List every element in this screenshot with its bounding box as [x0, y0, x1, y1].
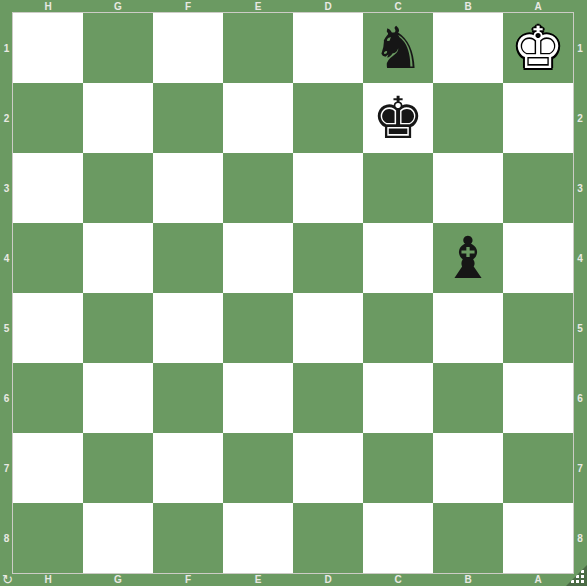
square-g1[interactable] — [83, 13, 153, 83]
square-d4[interactable] — [293, 223, 363, 293]
square-c1[interactable]: ♞ — [363, 13, 433, 83]
file-label-g: G — [83, 573, 153, 586]
rank-label-6: 6 — [573, 363, 587, 433]
file-labels-bottom: HGFEDCBA — [13, 573, 573, 586]
file-label-f: F — [153, 573, 223, 586]
square-a4[interactable] — [503, 223, 573, 293]
file-label-d: D — [293, 0, 363, 13]
file-label-c: C — [363, 0, 433, 13]
rank-label-8: 8 — [573, 503, 587, 573]
square-c4[interactable] — [363, 223, 433, 293]
square-d3[interactable] — [293, 153, 363, 223]
file-label-d: D — [293, 573, 363, 586]
square-f7[interactable] — [153, 433, 223, 503]
square-b7[interactable] — [433, 433, 503, 503]
file-label-f: F — [153, 0, 223, 13]
rank-label-5: 5 — [0, 293, 13, 363]
black-bishop-b4[interactable]: ♝ — [433, 223, 503, 293]
square-a2[interactable] — [503, 83, 573, 153]
square-d6[interactable] — [293, 363, 363, 433]
square-e2[interactable] — [223, 83, 293, 153]
square-f5[interactable] — [153, 293, 223, 363]
square-f2[interactable] — [153, 83, 223, 153]
square-h3[interactable] — [13, 153, 83, 223]
square-a1[interactable]: ♚ — [503, 13, 573, 83]
square-b1[interactable] — [433, 13, 503, 83]
square-c5[interactable] — [363, 293, 433, 363]
square-g7[interactable] — [83, 433, 153, 503]
square-d2[interactable] — [293, 83, 363, 153]
square-g8[interactable] — [83, 503, 153, 573]
square-f3[interactable] — [153, 153, 223, 223]
square-a8[interactable] — [503, 503, 573, 573]
rank-labels-left: 12345678 — [0, 13, 13, 573]
square-d1[interactable] — [293, 13, 363, 83]
rank-label-4: 4 — [573, 223, 587, 293]
square-h6[interactable] — [13, 363, 83, 433]
file-label-h: H — [13, 573, 83, 586]
square-g2[interactable] — [83, 83, 153, 153]
square-h1[interactable] — [13, 13, 83, 83]
square-e6[interactable] — [223, 363, 293, 433]
square-b5[interactable] — [433, 293, 503, 363]
square-e4[interactable] — [223, 223, 293, 293]
file-label-b: B — [433, 0, 503, 13]
chess-board-widget: HGFEDCBA 12345678 ♞♚♚♝ 12345678 HGFEDCBA… — [0, 0, 587, 586]
square-h8[interactable] — [13, 503, 83, 573]
file-label-a: A — [503, 573, 573, 586]
file-label-b: B — [433, 573, 503, 586]
rank-labels-right: 12345678 — [573, 13, 587, 573]
rank-label-1: 1 — [0, 13, 13, 83]
square-g6[interactable] — [83, 363, 153, 433]
square-a7[interactable] — [503, 433, 573, 503]
square-f4[interactable] — [153, 223, 223, 293]
file-labels-top: HGFEDCBA — [13, 0, 573, 13]
rank-label-4: 4 — [0, 223, 13, 293]
square-c2[interactable]: ♚ — [363, 83, 433, 153]
square-h5[interactable] — [13, 293, 83, 363]
square-e5[interactable] — [223, 293, 293, 363]
rank-label-6: 6 — [0, 363, 13, 433]
square-h2[interactable] — [13, 83, 83, 153]
file-label-g: G — [83, 0, 153, 13]
square-a3[interactable] — [503, 153, 573, 223]
square-f1[interactable] — [153, 13, 223, 83]
square-a5[interactable] — [503, 293, 573, 363]
file-label-a: A — [503, 0, 573, 13]
rank-label-3: 3 — [573, 153, 587, 223]
square-b3[interactable] — [433, 153, 503, 223]
square-b2[interactable] — [433, 83, 503, 153]
square-h7[interactable] — [13, 433, 83, 503]
rank-label-2: 2 — [573, 83, 587, 153]
rank-label-3: 3 — [0, 153, 13, 223]
square-a6[interactable] — [503, 363, 573, 433]
square-e3[interactable] — [223, 153, 293, 223]
square-d5[interactable] — [293, 293, 363, 363]
square-c6[interactable] — [363, 363, 433, 433]
square-c7[interactable] — [363, 433, 433, 503]
chess-board[interactable]: ♞♚♚♝ — [13, 13, 573, 573]
file-label-h: H — [13, 0, 83, 13]
flip-board-icon[interactable]: ↻ — [1, 572, 14, 586]
square-g5[interactable] — [83, 293, 153, 363]
white-king-a1[interactable]: ♚ — [503, 13, 573, 83]
square-b8[interactable] — [433, 503, 503, 573]
rank-label-1: 1 — [573, 13, 587, 83]
black-king-c2[interactable]: ♚ — [363, 83, 433, 153]
square-f8[interactable] — [153, 503, 223, 573]
black-knight-c1[interactable]: ♞ — [363, 13, 433, 83]
square-e7[interactable] — [223, 433, 293, 503]
rank-label-7: 7 — [0, 433, 13, 503]
file-label-e: E — [223, 573, 293, 586]
square-f6[interactable] — [153, 363, 223, 433]
square-b6[interactable] — [433, 363, 503, 433]
square-h4[interactable] — [13, 223, 83, 293]
rank-label-7: 7 — [573, 433, 587, 503]
rank-label-2: 2 — [0, 83, 13, 153]
square-e1[interactable] — [223, 13, 293, 83]
file-label-c: C — [363, 573, 433, 586]
square-c3[interactable] — [363, 153, 433, 223]
rank-label-8: 8 — [0, 503, 13, 573]
square-g3[interactable] — [83, 153, 153, 223]
square-g4[interactable] — [83, 223, 153, 293]
square-d8[interactable] — [293, 503, 363, 573]
rank-label-5: 5 — [573, 293, 587, 363]
square-e8[interactable] — [223, 503, 293, 573]
square-b4[interactable]: ♝ — [433, 223, 503, 293]
square-c8[interactable] — [363, 503, 433, 573]
square-d7[interactable] — [293, 433, 363, 503]
file-label-e: E — [223, 0, 293, 13]
